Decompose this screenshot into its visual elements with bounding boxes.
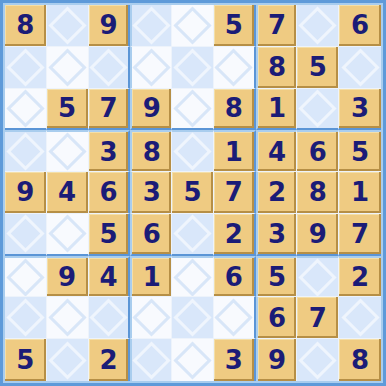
cell-r2c6[interactable] [214, 47, 256, 89]
diamond-icon [299, 258, 337, 296]
cell-r2c7: 8 [256, 47, 298, 89]
given-digit: 6 [143, 221, 161, 247]
given-digit: 5 [16, 347, 34, 373]
cell-r7c1[interactable] [5, 256, 47, 298]
given-digit: 4 [58, 179, 76, 205]
cell-r6c6: 2 [214, 214, 256, 256]
diamond-icon [173, 258, 211, 296]
cell-r2c2[interactable] [47, 47, 89, 89]
cell-r5c5: 5 [172, 172, 214, 214]
diamond-icon [6, 215, 44, 253]
cell-r1c3: 9 [89, 5, 131, 47]
cell-r5c6: 7 [214, 172, 256, 214]
diamond-icon [48, 6, 86, 44]
diamond-icon [48, 215, 86, 253]
cell-r8c6[interactable] [214, 297, 256, 339]
cell-r9c3: 2 [89, 339, 131, 381]
given-digit: 1 [351, 179, 369, 205]
diamond-icon [133, 341, 171, 379]
cell-r9c8[interactable] [297, 339, 339, 381]
given-digit: 5 [351, 139, 369, 165]
given-digit: 3 [225, 347, 243, 373]
given-digit: 6 [99, 179, 117, 205]
given-digit: 2 [351, 264, 369, 290]
cell-r5c4: 3 [130, 172, 172, 214]
cell-r2c5[interactable] [172, 47, 214, 89]
cell-r8c2[interactable] [47, 297, 89, 339]
cell-r7c8[interactable] [297, 256, 339, 298]
cell-r4c5[interactable] [172, 130, 214, 172]
given-digit: 9 [99, 12, 117, 38]
cell-r1c5[interactable] [172, 5, 214, 47]
diamond-icon [173, 48, 211, 86]
cell-r1c8[interactable] [297, 5, 339, 47]
cell-r3c2: 5 [47, 89, 89, 131]
cell-r2c8: 5 [297, 47, 339, 89]
diamond-icon [89, 48, 127, 86]
cell-r6c5[interactable] [172, 214, 214, 256]
given-digit: 4 [99, 264, 117, 290]
given-digit: 6 [351, 12, 369, 38]
cell-r3c6: 8 [214, 89, 256, 131]
cell-r6c7: 3 [256, 214, 298, 256]
given-digit: 7 [351, 221, 369, 247]
cell-r8c1[interactable] [5, 297, 47, 339]
given-digit: 3 [143, 179, 161, 205]
cell-r8c4[interactable] [130, 297, 172, 339]
given-digit: 9 [58, 264, 76, 290]
diamond-icon [341, 48, 379, 86]
given-digit: 6 [309, 139, 327, 165]
cell-r6c8: 9 [297, 214, 339, 256]
cell-r4c8: 6 [297, 130, 339, 172]
given-digit: 9 [268, 347, 286, 373]
cell-r4c2[interactable] [47, 130, 89, 172]
cell-r9c7: 9 [256, 339, 298, 381]
diamond-icon [6, 89, 44, 127]
diamond-icon [6, 133, 44, 171]
cell-r7c7: 5 [256, 256, 298, 298]
given-digit: 8 [309, 179, 327, 205]
given-digit: 2 [268, 179, 286, 205]
given-digit: 3 [99, 139, 117, 165]
diamond-icon [89, 299, 127, 337]
diamond-icon [133, 299, 171, 337]
given-digit: 6 [225, 264, 243, 290]
given-digit: 9 [309, 221, 327, 247]
diamond-icon [6, 299, 44, 337]
diamond-icon [299, 6, 337, 44]
cell-r3c1[interactable] [5, 89, 47, 131]
cell-r7c2: 9 [47, 256, 89, 298]
given-digit: 3 [351, 95, 369, 121]
given-digit: 5 [309, 54, 327, 80]
cell-r7c5[interactable] [172, 256, 214, 298]
cell-r8c8: 7 [297, 297, 339, 339]
given-digit: 2 [225, 221, 243, 247]
given-digit: 9 [143, 95, 161, 121]
diamond-icon [173, 341, 211, 379]
cell-r7c3: 4 [89, 256, 131, 298]
cell-r2c4[interactable] [130, 47, 172, 89]
given-digit: 5 [99, 221, 117, 247]
cell-r9c1: 5 [5, 339, 47, 381]
given-digit: 1 [225, 139, 243, 165]
cell-r9c6: 3 [214, 339, 256, 381]
diamond-icon [173, 299, 211, 337]
cell-r5c7: 2 [256, 172, 298, 214]
diamond-icon [133, 6, 171, 44]
given-digit: 8 [225, 95, 243, 121]
diamond-icon [173, 6, 211, 44]
cell-r6c4: 6 [130, 214, 172, 256]
diamond-icon [215, 48, 253, 86]
cell-r4c6: 1 [214, 130, 256, 172]
diamond-icon [48, 299, 86, 337]
diamond-icon [299, 89, 337, 127]
cell-r3c5[interactable] [172, 89, 214, 131]
cell-r5c1: 9 [5, 172, 47, 214]
given-digit: 1 [268, 95, 286, 121]
given-digit: 7 [225, 179, 243, 205]
cell-r5c3: 6 [89, 172, 131, 214]
given-digit: 5 [183, 179, 201, 205]
diamond-icon [48, 133, 86, 171]
cell-r1c2[interactable] [47, 5, 89, 47]
cell-r1c4[interactable] [130, 5, 172, 47]
cell-r5c8: 8 [297, 172, 339, 214]
given-digit: 9 [16, 179, 34, 205]
diamond-icon [173, 133, 211, 171]
cell-r2c1[interactable] [5, 47, 47, 89]
given-digit: 6 [268, 305, 286, 331]
cell-r1c9: 6 [339, 5, 381, 47]
cell-r8c5[interactable] [172, 297, 214, 339]
cell-r1c1: 8 [5, 5, 47, 47]
given-digit: 4 [268, 139, 286, 165]
diamond-icon [48, 48, 86, 86]
cell-r9c2[interactable] [47, 339, 89, 381]
diamond-icon [6, 48, 44, 86]
cell-r6c3: 5 [89, 214, 131, 256]
cell-r4c3: 3 [89, 130, 131, 172]
given-digit: 8 [16, 12, 34, 38]
given-digit: 8 [143, 139, 161, 165]
diamond-icon [173, 215, 211, 253]
diamond-icon [215, 299, 253, 337]
diamond-icon [341, 299, 379, 337]
given-digit: 2 [99, 347, 117, 373]
given-digit: 8 [268, 54, 286, 80]
sudoku-board: 8957685579813381465946357281562397941652… [0, 0, 386, 386]
diamond-icon [299, 341, 337, 379]
diamond-icon [6, 258, 44, 296]
cell-r8c9[interactable] [339, 297, 381, 339]
cell-r6c1[interactable] [5, 214, 47, 256]
cell-r1c7: 7 [256, 5, 298, 47]
cell-r9c9: 8 [339, 339, 381, 381]
cell-r7c9: 2 [339, 256, 381, 298]
cell-r7c6: 6 [214, 256, 256, 298]
cell-r5c9: 1 [339, 172, 381, 214]
cell-r7c4: 1 [130, 256, 172, 298]
cell-r3c9: 3 [339, 89, 381, 131]
given-digit: 8 [351, 347, 369, 373]
given-digit: 7 [309, 305, 327, 331]
given-digit: 1 [143, 264, 161, 290]
given-digit: 7 [268, 12, 286, 38]
cell-r3c8[interactable] [297, 89, 339, 131]
given-digit: 5 [225, 12, 243, 38]
cell-r4c7: 4 [256, 130, 298, 172]
cell-r2c9[interactable] [339, 47, 381, 89]
cell-r8c3[interactable] [89, 297, 131, 339]
given-digit: 5 [268, 264, 286, 290]
diamond-icon [133, 48, 171, 86]
cell-r3c4: 9 [130, 89, 172, 131]
cell-r4c1[interactable] [5, 130, 47, 172]
cell-r6c9: 7 [339, 214, 381, 256]
cell-r2c3[interactable] [89, 47, 131, 89]
given-digit: 5 [58, 95, 76, 121]
cell-r6c2[interactable] [47, 214, 89, 256]
cell-r9c5[interactable] [172, 339, 214, 381]
given-digit: 3 [268, 221, 286, 247]
cell-r9c4[interactable] [130, 339, 172, 381]
cell-r3c3: 7 [89, 89, 131, 131]
cell-r3c7: 1 [256, 89, 298, 131]
given-digit: 7 [99, 95, 117, 121]
cell-r4c9: 5 [339, 130, 381, 172]
cell-r5c2: 4 [47, 172, 89, 214]
diamond-icon [48, 341, 86, 379]
cell-r1c6: 5 [214, 5, 256, 47]
diamond-icon [173, 89, 211, 127]
cell-r4c4: 8 [130, 130, 172, 172]
cell-r8c7: 6 [256, 297, 298, 339]
sudoku-grid: 8957685579813381465946357281562397941652… [5, 5, 381, 381]
